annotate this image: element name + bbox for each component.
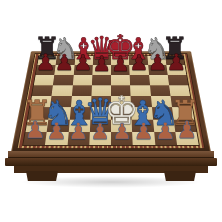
square-a5 [32,85,53,96]
board-grid [22,55,200,145]
square-f4 [131,96,152,107]
square-f2 [132,119,154,132]
square-h6 [168,75,189,85]
square-f7 [129,65,148,75]
square-b6 [53,75,73,85]
square-f1 [132,132,155,145]
square-g7 [148,65,168,75]
square-f3 [131,107,152,119]
square-d4 [91,96,111,107]
square-b3 [49,107,71,119]
square-d2 [90,119,111,132]
chess-board [11,51,211,152]
square-b8 [56,56,75,65]
square-h2 [173,119,196,132]
square-b2 [47,119,69,132]
square-e4 [111,96,131,107]
square-e7 [111,65,130,75]
square-c2 [68,119,90,132]
square-h5 [169,85,190,96]
square-h4 [170,96,192,107]
square-a4 [30,96,52,107]
square-a8 [37,56,57,65]
square-c5 [71,85,91,96]
square-f5 [130,85,150,96]
square-b7 [54,65,74,75]
square-a3 [28,107,50,119]
square-f6 [130,75,150,85]
square-a1 [23,132,47,145]
board-inlay-band [17,53,206,148]
board-base-molding-lower [5,158,217,166]
square-c4 [70,96,91,107]
square-e8 [111,56,129,65]
square-h8 [165,56,185,65]
square-c3 [69,107,90,119]
board-3d-scene [0,0,222,222]
square-e5 [111,85,131,96]
square-e1 [111,132,133,145]
square-d5 [91,85,111,96]
square-e2 [111,119,132,132]
square-b1 [45,132,68,145]
board-foot-right [164,171,196,181]
chess-set-photo: ♜♞♝♛♚♝♞♜♟♟♟♟♟♟♟♟♜♞♝♛♚♝♞♜♟♟♟♟♟♟♟♟ [0,0,222,222]
square-h7 [166,65,186,75]
square-d8 [93,56,111,65]
square-c1 [67,132,90,145]
square-b4 [50,96,71,107]
square-c7 [73,65,92,75]
square-g1 [154,132,177,145]
square-g8 [147,56,166,65]
square-g3 [152,107,174,119]
square-d6 [92,75,111,85]
square-h1 [175,132,199,145]
board-base-molding-upper [8,151,214,158]
square-d1 [89,132,111,145]
square-e3 [111,107,132,119]
board-foot-left [26,171,58,181]
square-d7 [92,65,111,75]
square-a7 [36,65,56,75]
square-e6 [111,75,130,85]
square-b5 [52,85,73,96]
square-c8 [74,56,93,65]
square-a2 [26,119,49,132]
square-g5 [150,85,171,96]
square-h3 [172,107,194,119]
square-g6 [149,75,169,85]
square-a6 [34,75,55,85]
square-g2 [153,119,175,132]
square-d3 [90,107,111,119]
board-frame [11,51,211,152]
square-g4 [151,96,172,107]
square-f8 [129,56,148,65]
square-c6 [72,75,92,85]
